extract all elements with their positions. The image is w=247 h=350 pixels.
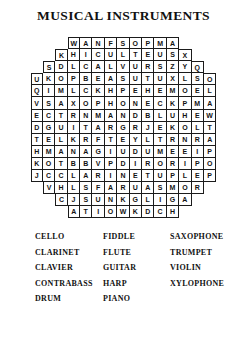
grid-cell[interactable]: I: [154, 194, 166, 206]
grid-cell[interactable]: E: [92, 73, 104, 85]
word-list-column-1: CELLOCLARINETCLAVIERCONTRABASSDRUM: [35, 229, 103, 307]
grid-cell[interactable]: B: [80, 73, 92, 85]
word-list-item: CELLO: [35, 229, 103, 245]
grid-cell[interactable]: L: [142, 134, 154, 146]
grid-cell[interactable]: I: [68, 122, 80, 134]
grid-cell[interactable]: E: [154, 85, 166, 97]
grid-cell[interactable]: T: [31, 134, 43, 146]
grid-cell[interactable]: N: [130, 97, 142, 109]
grid-cell[interactable]: O: [43, 158, 55, 170]
grid-cell[interactable]: F: [105, 37, 117, 49]
word-list: CELLOCLARINETCLAVIERCONTRABASSDRUMFIDDLE…: [35, 229, 247, 307]
grid-cell[interactable]: B: [68, 158, 80, 170]
grid-cell[interactable]: K: [92, 85, 104, 97]
grid-cell[interactable]: W: [204, 110, 216, 122]
grid-cell[interactable]: F: [92, 134, 104, 146]
grid-cell[interactable]: P: [204, 146, 216, 158]
grid-gap: [31, 194, 43, 206]
grid-cell[interactable]: C: [80, 85, 92, 97]
grid-cell[interactable]: O: [130, 37, 142, 49]
grid-cell[interactable]: Y: [130, 134, 142, 146]
grid-cell[interactable]: R: [142, 158, 154, 170]
grid-gap: [31, 61, 43, 73]
grid-cell[interactable]: E: [31, 110, 43, 122]
grid-cell[interactable]: B: [142, 110, 154, 122]
word-list-item: CLARINET: [35, 245, 103, 261]
grid-gap: [31, 206, 43, 218]
grid-cell[interactable]: T: [142, 73, 154, 85]
grid-gap: [204, 206, 216, 218]
grid-cell[interactable]: N: [117, 170, 129, 182]
grid-cell[interactable]: N: [105, 194, 117, 206]
grid-cell[interactable]: O: [117, 97, 129, 109]
word-list-item: CONTRABASS: [35, 276, 103, 292]
grid-cell[interactable]: O: [179, 85, 191, 97]
grid-cell[interactable]: H: [68, 49, 80, 61]
grid-cell[interactable]: A: [167, 37, 179, 49]
grid-cell[interactable]: G: [167, 194, 179, 206]
grid-cell[interactable]: D: [142, 206, 154, 218]
grid-cell[interactable]: E: [117, 134, 129, 146]
grid-cell[interactable]: H: [105, 85, 117, 97]
grid-cell[interactable]: H: [179, 110, 191, 122]
grid-cell[interactable]: R: [105, 122, 117, 134]
grid-cell[interactable]: A: [92, 61, 104, 73]
grid-cell[interactable]: O: [179, 182, 191, 194]
grid-cell[interactable]: A: [80, 37, 92, 49]
grid-cell[interactable]: C: [154, 206, 166, 218]
grid-cell[interactable]: R: [192, 134, 204, 146]
grid-cell[interactable]: P: [204, 170, 216, 182]
grid-cell[interactable]: K: [167, 97, 179, 109]
grid-cell[interactable]: O: [105, 206, 117, 218]
grid-cell[interactable]: Q: [192, 61, 204, 73]
grid-cell[interactable]: P: [117, 85, 129, 97]
grid-cell[interactable]: U: [117, 146, 129, 158]
grid-cell[interactable]: B: [80, 158, 92, 170]
grid-cell[interactable]: T: [105, 134, 117, 146]
grid-cell[interactable]: C: [55, 194, 67, 206]
grid-cell[interactable]: L: [55, 134, 67, 146]
grid-cell[interactable]: U: [167, 110, 179, 122]
grid-cell[interactable]: N: [80, 110, 92, 122]
grid-cell[interactable]: T: [80, 206, 92, 218]
grid-gap: [43, 194, 55, 206]
grid-gap: [43, 37, 55, 49]
grid-cell[interactable]: L: [105, 61, 117, 73]
grid-cell[interactable]: Y: [179, 61, 191, 73]
grid-cell[interactable]: K: [117, 194, 129, 206]
grid-cell[interactable]: I: [179, 158, 191, 170]
grid-cell[interactable]: T: [154, 134, 166, 146]
grid-cell[interactable]: M: [92, 110, 104, 122]
grid-cell[interactable]: N: [92, 37, 104, 49]
grid-cell[interactable]: D: [130, 146, 142, 158]
grid-cell[interactable]: E: [192, 170, 204, 182]
grid-cell[interactable]: M: [55, 85, 67, 97]
grid-cell[interactable]: M: [154, 37, 166, 49]
grid-cell[interactable]: M: [167, 85, 179, 97]
grid-cell[interactable]: A: [179, 194, 191, 206]
grid-cell[interactable]: E: [154, 122, 166, 134]
grid-cell[interactable]: H: [142, 85, 154, 97]
grid-gap: [192, 37, 204, 49]
grid-gap: [192, 194, 204, 206]
grid-cell[interactable]: S: [80, 182, 92, 194]
grid-cell[interactable]: O: [80, 97, 92, 109]
grid-cell[interactable]: A: [68, 206, 80, 218]
grid-cell[interactable]: U: [130, 73, 142, 85]
grid-cell[interactable]: S: [154, 182, 166, 194]
grid-cell[interactable]: K: [31, 158, 43, 170]
grid-cell[interactable]: N: [117, 110, 129, 122]
grid-cell[interactable]: I: [105, 170, 117, 182]
word-list-item: DRUM: [35, 291, 103, 307]
grid-cell[interactable]: S: [192, 73, 204, 85]
grid-gap: [55, 37, 67, 49]
grid-cell[interactable]: S: [80, 194, 92, 206]
grid-cell[interactable]: O: [154, 158, 166, 170]
grid-cell[interactable]: E: [192, 110, 204, 122]
grid-cell[interactable]: T: [80, 122, 92, 134]
grid-cell[interactable]: K: [68, 134, 80, 146]
grid-cell[interactable]: O: [204, 73, 216, 85]
grid-cell[interactable]: A: [105, 182, 117, 194]
grid-cell[interactable]: P: [92, 97, 104, 109]
grid-cell[interactable]: N: [68, 146, 80, 158]
grid-cell[interactable]: X: [179, 49, 191, 61]
grid-cell[interactable]: R: [80, 134, 92, 146]
grid-cell[interactable]: J: [31, 170, 43, 182]
grid-cell[interactable]: O: [204, 158, 216, 170]
grid-cell[interactable]: E: [142, 49, 154, 61]
grid-cell[interactable]: R: [192, 182, 204, 194]
grid-cell[interactable]: U: [55, 122, 67, 134]
word-list-item: HARP: [103, 276, 170, 292]
grid-cell[interactable]: A: [204, 97, 216, 109]
grid-cell[interactable]: C: [92, 49, 104, 61]
puzzle-title: MUSICAL INSTRUMENTS: [0, 8, 247, 24]
grid-cell[interactable]: H: [55, 182, 67, 194]
word-list-item: XYLOPHONE: [170, 276, 247, 292]
word-search-grid: WANFSOPMAKHICULTEUSXSDLCALVURSZYQUKOPBEA…: [31, 37, 217, 218]
grid-cell[interactable]: L: [142, 194, 154, 206]
grid-cell[interactable]: E: [192, 85, 204, 97]
grid-cell[interactable]: F: [92, 182, 104, 194]
grid-cell[interactable]: R: [68, 110, 80, 122]
grid-cell[interactable]: A: [92, 122, 104, 134]
grid-cell[interactable]: R: [117, 182, 129, 194]
grid-cell[interactable]: C: [154, 97, 166, 109]
grid-gap: [31, 182, 43, 194]
grid-cell[interactable]: A: [105, 110, 117, 122]
grid-cell[interactable]: O: [179, 122, 191, 134]
grid-cell[interactable]: V: [43, 182, 55, 194]
grid-cell[interactable]: I: [192, 146, 204, 158]
grid-cell[interactable]: L: [204, 85, 216, 97]
grid-cell[interactable]: G: [43, 122, 55, 134]
word-list-item: SAXOPHONE: [170, 229, 247, 245]
grid-cell[interactable]: L: [154, 110, 166, 122]
grid-cell[interactable]: C: [55, 170, 67, 182]
grid-gap: [31, 49, 43, 61]
grid-cell[interactable]: W: [117, 206, 129, 218]
grid-gap: [179, 206, 191, 218]
grid-cell[interactable]: T: [204, 122, 216, 134]
grid-cell[interactable]: P: [179, 97, 191, 109]
word-list-item: VIOLIN: [170, 260, 247, 276]
word-list-column-2: FIDDLEFLUTEGUITARHARPPIANO: [103, 229, 170, 307]
grid-cell[interactable]: L: [117, 49, 129, 61]
grid-cell[interactable]: X: [167, 73, 179, 85]
grid-cell[interactable]: M: [192, 97, 204, 109]
grid-cell[interactable]: U: [154, 49, 166, 61]
grid-cell[interactable]: Q: [31, 85, 43, 97]
grid-cell[interactable]: S: [154, 61, 166, 73]
grid-cell[interactable]: E: [130, 85, 142, 97]
grid-cell[interactable]: V: [117, 61, 129, 73]
grid-gap: [204, 37, 216, 49]
grid-cell[interactable]: U: [92, 194, 104, 206]
grid-cell[interactable]: K: [43, 73, 55, 85]
grid-cell[interactable]: U: [130, 61, 142, 73]
grid-cell[interactable]: D: [31, 122, 43, 134]
grid-cell[interactable]: E: [130, 170, 142, 182]
grid-cell[interactable]: L: [179, 73, 191, 85]
word-list-item: TRUMPET: [170, 245, 247, 261]
grid-cell[interactable]: L: [68, 85, 80, 97]
grid-gap: [31, 37, 43, 49]
grid-cell[interactable]: V: [92, 158, 104, 170]
grid-cell[interactable]: W: [68, 37, 80, 49]
grid-cell[interactable]: E: [43, 134, 55, 146]
grid-cell[interactable]: C: [80, 61, 92, 73]
grid-gap: [192, 49, 204, 61]
grid-gap: [55, 206, 67, 218]
word-list-item: CLAVIER: [35, 260, 103, 276]
grid-cell[interactable]: A: [80, 170, 92, 182]
grid-cell[interactable]: P: [105, 158, 117, 170]
grid-cell[interactable]: A: [55, 97, 67, 109]
grid-cell[interactable]: D: [55, 61, 67, 73]
word-list-item: PIANO: [103, 291, 170, 307]
grid-cell[interactable]: L: [192, 122, 204, 134]
grid-cell[interactable]: G: [130, 194, 142, 206]
grid-gap: [204, 182, 216, 194]
grid-cell[interactable]: P: [167, 170, 179, 182]
grid-gap: [43, 206, 55, 218]
grid-cell[interactable]: R: [167, 158, 179, 170]
grid-cell[interactable]: K: [167, 122, 179, 134]
grid-gap: [204, 49, 216, 61]
grid-cell[interactable]: A: [55, 146, 67, 158]
grid-cell[interactable]: U: [31, 73, 43, 85]
grid-cell[interactable]: U: [154, 73, 166, 85]
grid-cell[interactable]: P: [142, 37, 154, 49]
grid-cell[interactable]: L: [179, 170, 191, 182]
grid-cell[interactable]: N: [179, 134, 191, 146]
grid-cell[interactable]: S: [43, 61, 55, 73]
grid-cell[interactable]: T: [142, 170, 154, 182]
grid-cell[interactable]: U: [130, 182, 142, 194]
grid-cell[interactable]: R: [92, 170, 104, 182]
grid-cell[interactable]: H: [31, 146, 43, 158]
grid-cell[interactable]: G: [92, 146, 104, 158]
grid-cell[interactable]: C: [43, 110, 55, 122]
grid-cell[interactable]: D: [130, 110, 142, 122]
grid-cell[interactable]: M: [154, 146, 166, 158]
grid-cell[interactable]: M: [43, 146, 55, 158]
grid-cell[interactable]: A: [80, 146, 92, 158]
grid-cell[interactable]: T: [55, 158, 67, 170]
grid-cell[interactable]: U: [105, 49, 117, 61]
grid-cell[interactable]: R: [142, 61, 154, 73]
grid-cell[interactable]: U: [142, 146, 154, 158]
grid-gap: [204, 61, 216, 73]
word-list-column-3: SAXOPHONETRUMPETVIOLINXYLOPHONE: [170, 229, 247, 307]
grid-cell[interactable]: J: [68, 194, 80, 206]
grid-cell[interactable]: E: [179, 146, 191, 158]
grid-cell[interactable]: I: [80, 49, 92, 61]
grid-cell[interactable]: M: [167, 182, 179, 194]
grid-cell[interactable]: T: [55, 110, 67, 122]
grid-cell[interactable]: K: [55, 49, 67, 61]
grid-cell[interactable]: R: [167, 134, 179, 146]
grid-cell[interactable]: S: [43, 97, 55, 109]
grid-cell[interactable]: Z: [167, 61, 179, 73]
grid-cell[interactable]: P: [68, 73, 80, 85]
grid-cell[interactable]: R: [130, 122, 142, 134]
grid-cell[interactable]: U: [154, 170, 166, 182]
grid-cell[interactable]: S: [167, 49, 179, 61]
grid-cell[interactable]: K: [130, 206, 142, 218]
grid-cell[interactable]: C: [43, 170, 55, 182]
grid-cell[interactable]: T: [130, 49, 142, 61]
grid-cell[interactable]: E: [167, 146, 179, 158]
grid-cell[interactable]: V: [31, 97, 43, 109]
grid-cell[interactable]: L: [68, 182, 80, 194]
grid-cell[interactable]: I: [43, 85, 55, 97]
word-list-item: GUITAR: [103, 260, 170, 276]
grid-cell[interactable]: I: [105, 146, 117, 158]
word-list-item: FIDDLE: [103, 229, 170, 245]
grid-gap: [204, 194, 216, 206]
grid-cell[interactable]: I: [92, 206, 104, 218]
grid-cell[interactable]: J: [142, 122, 154, 134]
grid-cell[interactable]: G: [117, 122, 129, 134]
word-list-item: FLUTE: [103, 245, 170, 261]
grid-gap: [192, 206, 204, 218]
grid-cell[interactable]: A: [105, 73, 117, 85]
grid-cell[interactable]: S: [117, 37, 129, 49]
grid-cell[interactable]: P: [192, 158, 204, 170]
grid-cell[interactable]: H: [105, 97, 117, 109]
grid-cell[interactable]: L: [68, 170, 80, 182]
grid-cell[interactable]: O: [55, 73, 67, 85]
grid-cell[interactable]: E: [142, 97, 154, 109]
grid-cell[interactable]: A: [142, 182, 154, 194]
grid-cell[interactable]: A: [204, 134, 216, 146]
grid-cell[interactable]: S: [117, 73, 129, 85]
grid-gap: [43, 49, 55, 61]
grid-cell[interactable]: D: [117, 158, 129, 170]
grid-gap: [179, 37, 191, 49]
grid-cell[interactable]: H: [167, 206, 179, 218]
grid-cell[interactable]: X: [68, 97, 80, 109]
grid-cell[interactable]: I: [130, 158, 142, 170]
worksheet-page: MUSICAL INSTRUMENTS WANFSOPMAKHICULTEUSX…: [0, 8, 247, 350]
grid-cell[interactable]: L: [68, 61, 80, 73]
